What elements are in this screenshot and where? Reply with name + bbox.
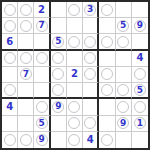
cell-r9c8[interactable] (116, 132, 132, 148)
cell-r1c4[interactable] (51, 2, 67, 18)
cell-r2c7[interactable] (99, 18, 115, 34)
cell-r7c4[interactable]: 9 (51, 99, 67, 115)
cell-r2c2[interactable] (18, 18, 34, 34)
odd-circle-marker (4, 20, 16, 32)
cell-r7c3[interactable] (34, 99, 50, 115)
cell-r3c2[interactable] (18, 34, 34, 50)
odd-circle-marker (84, 52, 96, 64)
cell-r1c6[interactable]: 3 (83, 2, 99, 18)
cell-r9c6[interactable]: 4 (83, 132, 99, 148)
cell-r7c1[interactable]: 4 (2, 99, 18, 115)
odd-circle-marker (101, 4, 113, 16)
odd-circle-marker (68, 101, 80, 113)
cell-r7c7[interactable] (99, 99, 115, 115)
cell-r1c9[interactable] (132, 2, 148, 18)
cell-r6c1[interactable] (2, 83, 18, 99)
odd-circle-marker (52, 52, 64, 64)
cell-r3c1[interactable]: 6 (2, 34, 18, 50)
cell-r2c1[interactable] (2, 18, 18, 34)
cell-r4c9[interactable]: 4 (132, 51, 148, 67)
odd-circle-marker (68, 4, 80, 16)
odd-circle-marker (84, 117, 96, 129)
odd-circle-marker (20, 20, 32, 32)
cell-r6c2[interactable] (18, 83, 34, 99)
odd-circle-marker (52, 84, 64, 96)
cell-r8c3[interactable]: 5 (34, 116, 50, 132)
cell-r3c6[interactable] (83, 34, 99, 50)
cell-r5c3[interactable] (34, 67, 50, 83)
cell-r3c8[interactable] (116, 34, 132, 50)
cell-r8c5[interactable] (67, 116, 83, 132)
cell-r4c7[interactable] (99, 51, 115, 67)
cell-r5c5[interactable]: 2 (67, 67, 83, 83)
odd-circle-marker (117, 101, 129, 113)
odd-circle-marker: 5 (117, 20, 129, 32)
cell-r7c8[interactable] (116, 99, 132, 115)
cell-r6c6[interactable] (83, 83, 99, 99)
given-digit: 9 (55, 102, 61, 111)
odd-circle-marker: 9 (36, 134, 48, 146)
cell-r8c9[interactable]: 1 (132, 116, 148, 132)
odd-circle-marker (117, 84, 129, 96)
odd-circle-marker (52, 68, 64, 80)
odd-circle-marker (68, 36, 80, 48)
given-digit: 2 (71, 69, 78, 79)
cell-r6c3[interactable] (34, 83, 50, 99)
cell-r8c7[interactable] (99, 116, 115, 132)
given-digit: 7 (23, 70, 29, 79)
given-digit: 2 (38, 5, 45, 15)
given-digit: 1 (137, 119, 143, 128)
cell-r9c9[interactable] (132, 132, 148, 148)
cell-r6c4[interactable] (51, 83, 67, 99)
odd-circle-marker (36, 101, 48, 113)
given-digit: 5 (137, 86, 143, 95)
odd-circle-marker: 5 (36, 117, 48, 129)
given-digit: 5 (120, 21, 126, 30)
cell-r4c2[interactable] (18, 51, 34, 67)
cell-r7c5[interactable] (67, 99, 83, 115)
cell-r6c7[interactable] (99, 83, 115, 99)
cell-r4c6[interactable] (83, 51, 99, 67)
given-digit: 6 (6, 37, 13, 47)
odd-circle-marker: 7 (36, 20, 48, 32)
cell-r8c2[interactable] (18, 116, 34, 132)
given-digit: 9 (137, 21, 143, 30)
cell-r1c8[interactable] (116, 2, 132, 18)
cell-r9c1[interactable] (2, 132, 18, 148)
cell-r2c8[interactable]: 5 (116, 18, 132, 34)
odd-circle-marker (20, 134, 32, 146)
cell-r3c9[interactable] (132, 34, 148, 50)
odd-circle-marker (68, 134, 80, 146)
given-digit: 4 (6, 102, 13, 112)
cell-r5c7[interactable] (99, 67, 115, 83)
odd-circle-marker (84, 68, 96, 80)
cell-r1c7[interactable] (99, 2, 115, 18)
given-digit: 4 (87, 135, 94, 145)
odd-circle-marker: 9 (117, 117, 129, 129)
cell-r1c2[interactable] (18, 2, 34, 18)
cell-r7c6[interactable] (83, 99, 99, 115)
cell-r1c5[interactable] (67, 2, 83, 18)
cell-r9c2[interactable] (18, 132, 34, 148)
given-digit: 5 (55, 37, 61, 46)
odd-circle-marker (4, 52, 16, 64)
cell-r5c8[interactable] (116, 67, 132, 83)
cell-r2c9[interactable]: 9 (132, 18, 148, 34)
odd-circle-marker: 9 (134, 20, 146, 32)
cell-r6c8[interactable] (116, 83, 132, 99)
cell-r8c1[interactable] (2, 116, 18, 132)
cell-r5c2[interactable]: 7 (18, 67, 34, 83)
odd-circle-marker (134, 101, 146, 113)
odd-circle-marker (20, 4, 32, 16)
cell-r5c9[interactable] (132, 67, 148, 83)
cell-r4c1[interactable] (2, 51, 18, 67)
sudoku-board: 237596547254959194 (0, 0, 150, 150)
cell-r6c9[interactable]: 5 (132, 83, 148, 99)
odd-circle-marker (84, 36, 96, 48)
odd-circle-marker: 1 (134, 117, 146, 129)
given-digit: 9 (38, 135, 44, 144)
cell-r1c1[interactable] (2, 2, 18, 18)
odd-circle-marker: 9 (52, 101, 64, 113)
cell-r7c2[interactable] (18, 99, 34, 115)
cell-r5c4[interactable] (51, 67, 67, 83)
cell-r3c7[interactable] (99, 34, 115, 50)
odd-circle-marker: 3 (84, 4, 96, 16)
cell-r3c3[interactable] (34, 34, 50, 50)
cell-r2c6[interactable] (83, 18, 99, 34)
odd-circle-marker (4, 4, 16, 16)
cell-r2c3[interactable]: 7 (34, 18, 50, 34)
cell-r4c3[interactable] (34, 51, 50, 67)
cell-r4c8[interactable] (116, 51, 132, 67)
cell-r4c4[interactable] (51, 51, 67, 67)
cell-r9c3[interactable]: 9 (34, 132, 50, 148)
given-digit: 9 (120, 119, 126, 128)
cell-r3c5[interactable] (67, 34, 83, 50)
odd-circle-marker (68, 117, 80, 129)
given-digit: 7 (38, 21, 44, 30)
given-digit: 4 (136, 53, 143, 63)
odd-circle-marker: 5 (52, 36, 64, 48)
cell-r4c5[interactable] (67, 51, 83, 67)
cell-r1c3[interactable]: 2 (34, 2, 50, 18)
given-digit: 5 (38, 119, 44, 128)
odd-circle-marker: 7 (20, 68, 32, 80)
odd-circle-marker (36, 52, 48, 64)
odd-circle-marker (20, 52, 32, 64)
cell-r5c1[interactable] (2, 67, 18, 83)
cell-r5c6[interactable] (83, 67, 99, 83)
odd-circle-marker (101, 84, 113, 96)
odd-circle-marker (134, 68, 146, 80)
cell-r2c4[interactable] (51, 18, 67, 34)
cell-r8c6[interactable] (83, 116, 99, 132)
odd-circle-marker (117, 36, 129, 48)
cell-r8c8[interactable]: 9 (116, 116, 132, 132)
cell-r9c7[interactable] (99, 132, 115, 148)
odd-circle-marker (101, 134, 113, 146)
cell-r2c5[interactable] (67, 18, 83, 34)
odd-circle-marker (101, 68, 113, 80)
cell-r8c4[interactable] (51, 116, 67, 132)
odd-circle-marker: 5 (134, 84, 146, 96)
cell-r3c4[interactable]: 5 (51, 34, 67, 50)
odd-circle-marker (4, 84, 16, 96)
cell-r6c5[interactable] (67, 83, 83, 99)
cell-r9c4[interactable] (51, 132, 67, 148)
odd-circle-marker (4, 134, 16, 146)
cell-r7c9[interactable] (132, 99, 148, 115)
given-digit: 3 (87, 5, 93, 14)
odd-circle-marker (101, 36, 113, 48)
cell-r9c5[interactable] (67, 132, 83, 148)
